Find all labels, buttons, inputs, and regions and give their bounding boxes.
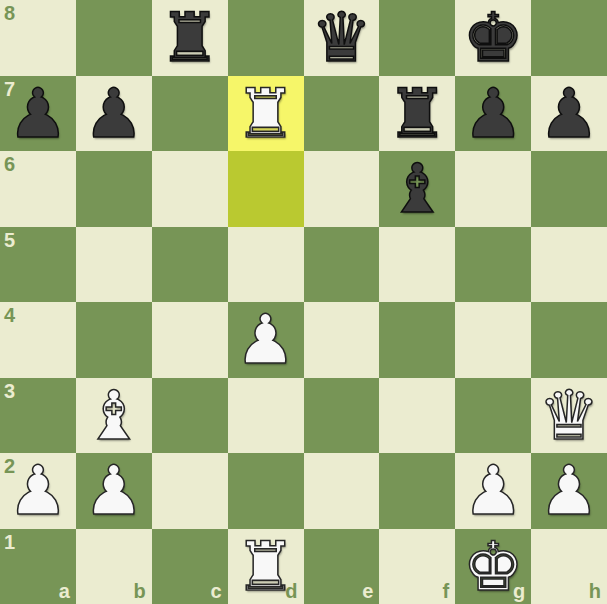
square-e5[interactable]	[304, 227, 380, 303]
square-e6[interactable]	[304, 151, 380, 227]
white-pawn[interactable]: ♟	[539, 453, 600, 528]
file-label-a: a	[59, 581, 70, 601]
square-b4[interactable]	[76, 302, 152, 378]
black-pawn[interactable]: ♟	[463, 76, 524, 151]
square-a8[interactable]: 8	[0, 0, 76, 76]
chess-board: 8♜♛♚7♟♟♜♜♟♟6♝54♟3♝♛2♟♟♟♟1abcd♜efg♚h	[0, 0, 607, 604]
square-c4[interactable]	[152, 302, 228, 378]
square-h7[interactable]: ♟	[531, 76, 607, 152]
white-rook[interactable]: ♜	[235, 76, 296, 151]
square-d8[interactable]	[228, 0, 304, 76]
square-g8[interactable]: ♚	[455, 0, 531, 76]
black-bishop[interactable]: ♝	[387, 151, 448, 226]
square-f8[interactable]	[379, 0, 455, 76]
file-label-f: f	[443, 581, 450, 601]
rank-label-8: 8	[4, 3, 15, 23]
square-a3[interactable]: 3	[0, 378, 76, 454]
square-d2[interactable]	[228, 453, 304, 529]
rank-label-3: 3	[4, 381, 15, 401]
black-pawn[interactable]: ♟	[7, 76, 68, 151]
white-bishop[interactable]: ♝	[83, 378, 144, 453]
square-c6[interactable]	[152, 151, 228, 227]
white-queen[interactable]: ♛	[539, 378, 600, 453]
square-e8[interactable]: ♛	[304, 0, 380, 76]
square-c5[interactable]	[152, 227, 228, 303]
square-a1[interactable]: 1a	[0, 529, 76, 604]
square-a7[interactable]: 7♟	[0, 76, 76, 152]
square-f7[interactable]: ♜	[379, 76, 455, 152]
square-g7[interactable]: ♟	[455, 76, 531, 152]
square-d1[interactable]: d♜	[228, 529, 304, 604]
square-h4[interactable]	[531, 302, 607, 378]
square-h2[interactable]: ♟	[531, 453, 607, 529]
rank-label-4: 4	[4, 305, 15, 325]
square-f3[interactable]	[379, 378, 455, 454]
file-label-b: b	[134, 581, 146, 601]
white-rook[interactable]: ♜	[235, 529, 296, 604]
square-g3[interactable]	[455, 378, 531, 454]
black-rook[interactable]: ♜	[159, 0, 220, 75]
square-e7[interactable]	[304, 76, 380, 152]
square-g2[interactable]: ♟	[455, 453, 531, 529]
white-king[interactable]: ♚	[463, 529, 524, 604]
square-b3[interactable]: ♝	[76, 378, 152, 454]
square-h1[interactable]: h	[531, 529, 607, 604]
rank-label-1: 1	[4, 532, 15, 552]
white-pawn[interactable]: ♟	[235, 302, 296, 377]
square-a5[interactable]: 5	[0, 227, 76, 303]
square-h6[interactable]	[531, 151, 607, 227]
square-b5[interactable]	[76, 227, 152, 303]
black-pawn[interactable]: ♟	[539, 76, 600, 151]
white-pawn[interactable]: ♟	[83, 453, 144, 528]
square-d4[interactable]: ♟	[228, 302, 304, 378]
square-f2[interactable]	[379, 453, 455, 529]
square-e1[interactable]: e	[304, 529, 380, 604]
square-e2[interactable]	[304, 453, 380, 529]
square-b2[interactable]: ♟	[76, 453, 152, 529]
square-a2[interactable]: 2♟	[0, 453, 76, 529]
file-label-c: c	[211, 581, 222, 601]
square-d3[interactable]	[228, 378, 304, 454]
square-a6[interactable]: 6	[0, 151, 76, 227]
square-c2[interactable]	[152, 453, 228, 529]
square-d7[interactable]: ♜	[228, 76, 304, 152]
square-b8[interactable]	[76, 0, 152, 76]
rank-label-6: 6	[4, 154, 15, 174]
black-rook[interactable]: ♜	[387, 76, 448, 151]
black-queen[interactable]: ♛	[311, 0, 372, 75]
square-f6[interactable]: ♝	[379, 151, 455, 227]
square-e3[interactable]	[304, 378, 380, 454]
square-h8[interactable]	[531, 0, 607, 76]
square-c8[interactable]: ♜	[152, 0, 228, 76]
square-g5[interactable]	[455, 227, 531, 303]
square-h3[interactable]: ♛	[531, 378, 607, 454]
file-label-h: h	[589, 581, 601, 601]
square-h5[interactable]	[531, 227, 607, 303]
square-f1[interactable]: f	[379, 529, 455, 604]
square-d6[interactable]	[228, 151, 304, 227]
black-pawn[interactable]: ♟	[83, 76, 144, 151]
black-king[interactable]: ♚	[463, 0, 524, 75]
square-d5[interactable]	[228, 227, 304, 303]
square-a4[interactable]: 4	[0, 302, 76, 378]
square-c7[interactable]	[152, 76, 228, 152]
white-pawn[interactable]: ♟	[7, 453, 68, 528]
square-e4[interactable]	[304, 302, 380, 378]
square-c3[interactable]	[152, 378, 228, 454]
rank-label-5: 5	[4, 230, 15, 250]
square-f5[interactable]	[379, 227, 455, 303]
square-g4[interactable]	[455, 302, 531, 378]
square-b1[interactable]: b	[76, 529, 152, 604]
white-pawn[interactable]: ♟	[463, 453, 524, 528]
file-label-e: e	[362, 581, 373, 601]
square-b6[interactable]	[76, 151, 152, 227]
square-f4[interactable]	[379, 302, 455, 378]
square-b7[interactable]: ♟	[76, 76, 152, 152]
square-c1[interactable]: c	[152, 529, 228, 604]
square-g6[interactable]	[455, 151, 531, 227]
square-g1[interactable]: g♚	[455, 529, 531, 604]
